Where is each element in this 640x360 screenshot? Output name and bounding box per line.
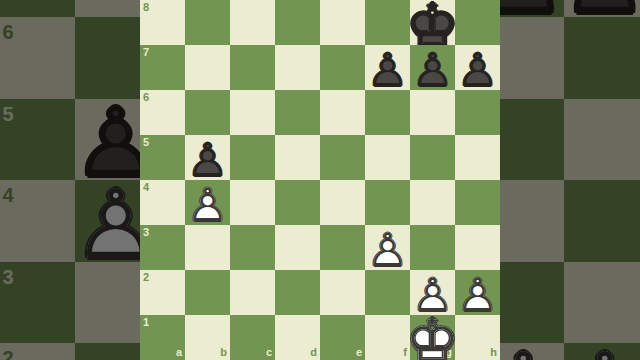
pawn-outline-glyph: ♙ (367, 226, 408, 272)
rank-label-4: 4 (143, 182, 149, 193)
square-e8[interactable] (320, 0, 365, 45)
square-d2[interactable] (275, 270, 320, 315)
square-f8[interactable] (365, 0, 410, 45)
rank-label-6: 6 (143, 92, 149, 103)
white-pawn[interactable]: ♟♙ (187, 181, 228, 227)
square-c2[interactable] (230, 270, 275, 315)
square-h2[interactable]: ♟♙ (455, 270, 500, 315)
square-g6[interactable] (410, 90, 455, 135)
square-g1[interactable]: g♚♔ (410, 315, 455, 360)
square-g7[interactable]: ♟♙ (410, 45, 455, 90)
square-e3[interactable] (320, 225, 365, 270)
square-g8[interactable]: ♚♔ (410, 0, 455, 45)
square-c6[interactable] (230, 90, 275, 135)
black-pawn[interactable]: ♟♙ (187, 136, 228, 182)
square-e4[interactable] (320, 180, 365, 225)
king-outline-glyph: ♔ (406, 310, 460, 360)
file-label-d: d (310, 347, 317, 358)
square-h1[interactable]: h (455, 315, 500, 360)
square-c7[interactable] (230, 45, 275, 90)
white-pawn[interactable]: ♟♙ (367, 226, 408, 272)
square-e2[interactable] (320, 270, 365, 315)
square-a1[interactable]: 1a (140, 315, 185, 360)
square-h8[interactable] (455, 0, 500, 45)
pawn-outline-glyph: ♙ (367, 46, 408, 92)
rank-label-2: 2 (143, 272, 149, 283)
square-f4[interactable] (365, 180, 410, 225)
rank-label-3: 3 (143, 227, 149, 238)
square-d5[interactable] (275, 135, 320, 180)
square-a7[interactable]: 7 (140, 45, 185, 90)
square-c1[interactable]: c (230, 315, 275, 360)
square-f3[interactable]: ♟♙ (365, 225, 410, 270)
square-a2[interactable]: 2 (140, 270, 185, 315)
rank-label-7: 7 (143, 47, 149, 58)
square-c4[interactable] (230, 180, 275, 225)
file-label-c: c (266, 347, 272, 358)
square-f5[interactable] (365, 135, 410, 180)
square-h5[interactable] (455, 135, 500, 180)
square-c5[interactable] (230, 135, 275, 180)
black-pawn[interactable]: ♟♙ (367, 46, 408, 92)
square-b1[interactable]: b (185, 315, 230, 360)
square-d4[interactable] (275, 180, 320, 225)
white-pawn[interactable]: ♟♙ (457, 271, 498, 317)
pawn-outline-glyph: ♙ (412, 46, 453, 92)
square-d3[interactable] (275, 225, 320, 270)
square-h7[interactable]: ♟♙ (455, 45, 500, 90)
square-g4[interactable] (410, 180, 455, 225)
square-b7[interactable] (185, 45, 230, 90)
file-label-b: b (220, 347, 227, 358)
square-a6[interactable]: 6 (140, 90, 185, 135)
rank-label-1: 1 (143, 317, 149, 328)
square-d6[interactable] (275, 90, 320, 135)
square-g5[interactable] (410, 135, 455, 180)
square-c3[interactable] (230, 225, 275, 270)
square-b2[interactable] (185, 270, 230, 315)
square-e5[interactable] (320, 135, 365, 180)
black-pawn[interactable]: ♟♙ (457, 46, 498, 92)
square-e1[interactable]: e (320, 315, 365, 360)
square-b3[interactable] (185, 225, 230, 270)
file-label-h: h (490, 347, 497, 358)
square-d1[interactable]: d (275, 315, 320, 360)
rank-label-5: 5 (143, 137, 149, 148)
square-b5[interactable]: ♟♙ (185, 135, 230, 180)
main-board[interactable]: 8♚♔7♟♙♟♙♟♙65♟♙4♟♙3♟♙2♟♙♟♙1abcdefg♚♔h (140, 0, 500, 360)
square-h4[interactable] (455, 180, 500, 225)
square-g3[interactable] (410, 225, 455, 270)
rank-label-8: 8 (143, 2, 149, 13)
file-label-e: e (356, 347, 362, 358)
file-label-a: a (176, 347, 182, 358)
square-e7[interactable] (320, 45, 365, 90)
pawn-outline-glyph: ♙ (457, 46, 498, 92)
square-h6[interactable] (455, 90, 500, 135)
square-b4[interactable]: ♟♙ (185, 180, 230, 225)
square-d8[interactable] (275, 0, 320, 45)
square-h3[interactable] (455, 225, 500, 270)
square-a8[interactable]: 8 (140, 0, 185, 45)
square-a3[interactable]: 3 (140, 225, 185, 270)
square-d7[interactable] (275, 45, 320, 90)
square-a5[interactable]: 5 (140, 135, 185, 180)
square-f6[interactable] (365, 90, 410, 135)
square-f1[interactable]: f (365, 315, 410, 360)
pawn-outline-glyph: ♙ (187, 181, 228, 227)
square-f7[interactable]: ♟♙ (365, 45, 410, 90)
square-c8[interactable] (230, 0, 275, 45)
white-king[interactable]: ♚♔ (406, 310, 460, 360)
square-a4[interactable]: 4 (140, 180, 185, 225)
square-f2[interactable] (365, 270, 410, 315)
black-pawn[interactable]: ♟♙ (412, 46, 453, 92)
square-b6[interactable] (185, 90, 230, 135)
square-b8[interactable] (185, 0, 230, 45)
square-e6[interactable] (320, 90, 365, 135)
video-frame: 8♚♔7♟♙♟♙♟♙65♟♙4♟♙3♟♙2♟♙♟♙1abcdefg♚♔h 8♚♔… (0, 0, 640, 360)
pawn-outline-glyph: ♙ (457, 271, 498, 317)
pawn-outline-glyph: ♙ (187, 136, 228, 182)
